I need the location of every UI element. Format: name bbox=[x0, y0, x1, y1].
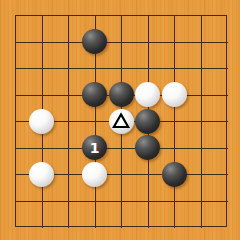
board-intersection[interactable] bbox=[81, 187, 108, 214]
board-intersection[interactable] bbox=[55, 28, 82, 55]
board-intersection[interactable] bbox=[108, 214, 135, 240]
board-intersection[interactable] bbox=[161, 81, 188, 108]
board-intersections: 1 bbox=[2, 2, 240, 240]
board-intersection[interactable] bbox=[214, 187, 240, 214]
stone-black bbox=[135, 135, 160, 160]
stone-black bbox=[135, 109, 160, 134]
board-intersection[interactable] bbox=[108, 2, 135, 29]
board-intersection[interactable] bbox=[134, 28, 161, 55]
board-intersection[interactable] bbox=[161, 108, 188, 135]
board-intersection[interactable] bbox=[214, 108, 240, 135]
board-intersection[interactable] bbox=[214, 28, 240, 55]
board-intersection[interactable] bbox=[2, 214, 29, 240]
board-intersection[interactable] bbox=[187, 2, 214, 29]
board-intersection[interactable] bbox=[55, 108, 82, 135]
board-intersection[interactable] bbox=[134, 187, 161, 214]
board-intersection[interactable] bbox=[55, 2, 82, 29]
board-intersection[interactable] bbox=[55, 187, 82, 214]
board-intersection[interactable] bbox=[134, 161, 161, 188]
board-intersection[interactable] bbox=[28, 214, 55, 240]
board-intersection[interactable] bbox=[134, 214, 161, 240]
stone-white bbox=[82, 162, 107, 187]
board-intersection[interactable] bbox=[134, 2, 161, 29]
board-intersection[interactable] bbox=[81, 2, 108, 29]
board-intersection[interactable] bbox=[161, 2, 188, 29]
board-intersection[interactable]: 1 bbox=[81, 134, 108, 161]
board-intersection[interactable] bbox=[108, 134, 135, 161]
triangle-mark-icon bbox=[112, 112, 130, 129]
board-intersection[interactable] bbox=[134, 108, 161, 135]
board-intersection[interactable] bbox=[108, 81, 135, 108]
stone-black bbox=[162, 162, 187, 187]
board-intersection[interactable] bbox=[161, 187, 188, 214]
go-board-screenshot: 1 bbox=[0, 0, 240, 240]
board-intersection[interactable] bbox=[161, 214, 188, 240]
stone-white bbox=[135, 82, 160, 107]
board-intersection[interactable] bbox=[214, 55, 240, 82]
stone-white-triangle-marked bbox=[109, 109, 134, 134]
board-intersection[interactable] bbox=[28, 108, 55, 135]
board-intersection[interactable] bbox=[81, 55, 108, 82]
board-intersection[interactable] bbox=[187, 214, 214, 240]
board-intersection[interactable] bbox=[28, 2, 55, 29]
stone-white bbox=[29, 162, 54, 187]
board-intersection[interactable] bbox=[187, 161, 214, 188]
board-intersection[interactable] bbox=[214, 161, 240, 188]
board-intersection[interactable] bbox=[81, 161, 108, 188]
board-intersection[interactable] bbox=[214, 81, 240, 108]
board-intersection[interactable] bbox=[55, 214, 82, 240]
board-intersection[interactable] bbox=[55, 161, 82, 188]
board-intersection[interactable] bbox=[108, 108, 135, 135]
board-intersection[interactable] bbox=[134, 81, 161, 108]
board-intersection[interactable] bbox=[161, 134, 188, 161]
board-intersection[interactable] bbox=[28, 187, 55, 214]
stone-white bbox=[162, 82, 187, 107]
board-intersection[interactable] bbox=[28, 81, 55, 108]
board-intersection[interactable] bbox=[81, 28, 108, 55]
board-intersection[interactable] bbox=[161, 55, 188, 82]
board-intersection[interactable] bbox=[28, 28, 55, 55]
board-intersection[interactable] bbox=[187, 187, 214, 214]
board-intersection[interactable] bbox=[187, 55, 214, 82]
stone-black bbox=[82, 82, 107, 107]
board-intersection[interactable] bbox=[187, 134, 214, 161]
board-intersection[interactable] bbox=[81, 81, 108, 108]
board-intersection[interactable] bbox=[108, 28, 135, 55]
board-intersection[interactable] bbox=[2, 108, 29, 135]
move-number-label: 1 bbox=[90, 140, 100, 154]
board-intersection[interactable] bbox=[187, 81, 214, 108]
board-intersection[interactable] bbox=[134, 55, 161, 82]
board-intersection[interactable] bbox=[214, 2, 240, 29]
board-intersection[interactable] bbox=[55, 81, 82, 108]
board-intersection[interactable] bbox=[2, 187, 29, 214]
board-intersection[interactable] bbox=[214, 134, 240, 161]
board-intersection[interactable] bbox=[55, 134, 82, 161]
board-intersection[interactable] bbox=[2, 134, 29, 161]
board-intersection[interactable] bbox=[28, 161, 55, 188]
board-intersection[interactable] bbox=[108, 187, 135, 214]
board-intersection[interactable] bbox=[161, 161, 188, 188]
stone-white bbox=[29, 109, 54, 134]
board-intersection[interactable] bbox=[28, 134, 55, 161]
board-intersection[interactable] bbox=[161, 28, 188, 55]
board-intersection[interactable] bbox=[187, 108, 214, 135]
stone-black-numbered: 1 bbox=[82, 135, 107, 160]
board-intersection[interactable] bbox=[81, 214, 108, 240]
board-intersection[interactable] bbox=[214, 214, 240, 240]
board-intersection[interactable] bbox=[134, 134, 161, 161]
board-intersection[interactable] bbox=[187, 28, 214, 55]
board-intersection[interactable] bbox=[108, 161, 135, 188]
board-intersection[interactable] bbox=[28, 55, 55, 82]
board-intersection[interactable] bbox=[81, 108, 108, 135]
board-intersection[interactable] bbox=[108, 55, 135, 82]
board-intersection[interactable] bbox=[2, 81, 29, 108]
board-intersection[interactable] bbox=[55, 55, 82, 82]
board-intersection[interactable] bbox=[2, 161, 29, 188]
board-intersection[interactable] bbox=[2, 28, 29, 55]
stone-black bbox=[82, 29, 107, 54]
stone-black bbox=[109, 82, 134, 107]
board-intersection[interactable] bbox=[2, 2, 29, 29]
board-intersection[interactable] bbox=[2, 55, 29, 82]
